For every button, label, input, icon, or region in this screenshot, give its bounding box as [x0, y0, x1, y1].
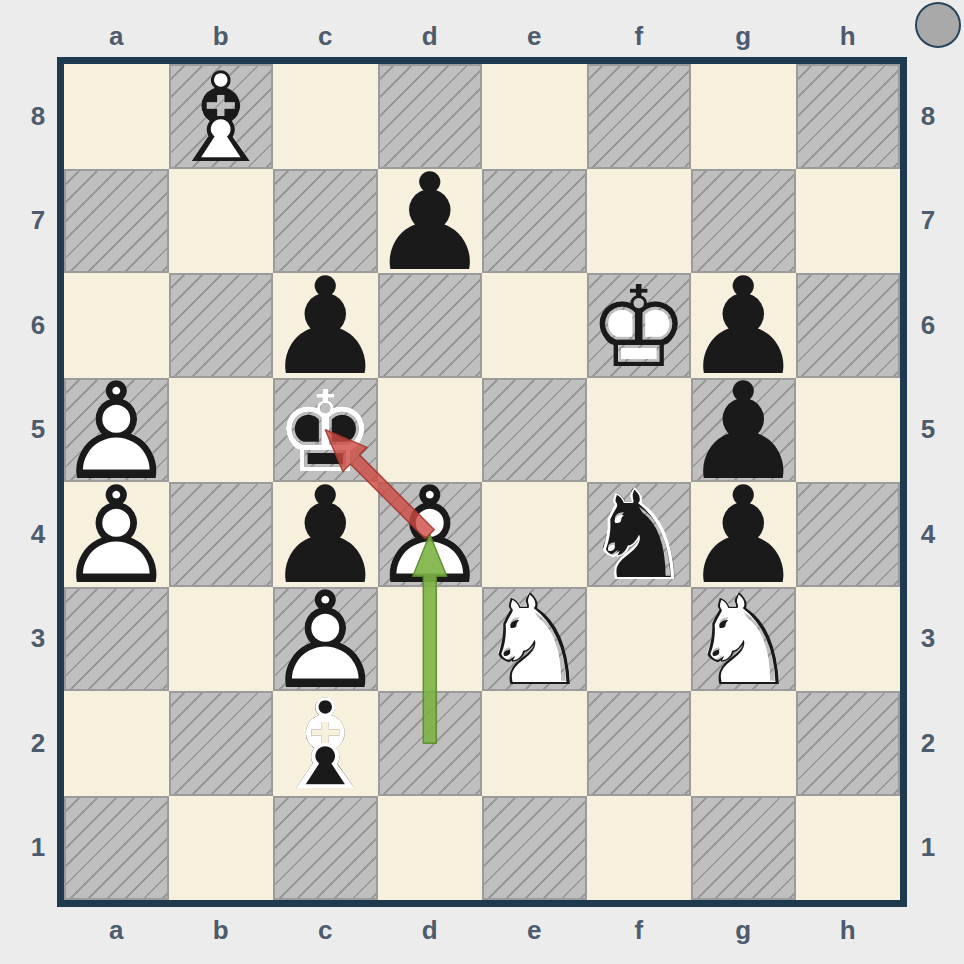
file-label-c: c [273, 20, 378, 52]
square-e8[interactable] [482, 64, 587, 169]
file-label-a: a [64, 20, 169, 52]
square-h1[interactable] [796, 796, 901, 901]
turn-indicator [915, 2, 961, 48]
square-b8[interactable]: ♝♗ [169, 64, 274, 169]
square-b6[interactable] [169, 273, 274, 378]
piece-outline-glyph: ♗ [273, 693, 378, 798]
file-label-h: h [796, 20, 901, 52]
square-a7[interactable] [64, 169, 169, 274]
square-f7[interactable] [587, 169, 692, 274]
square-f1[interactable] [587, 796, 692, 901]
square-c8[interactable] [273, 64, 378, 169]
rank-label-2: 2 [21, 691, 55, 796]
rank-label-3: 3 [911, 587, 945, 692]
black-pawn[interactable]: ♟ [378, 169, 483, 274]
square-f6[interactable]: ♚♔ [587, 273, 692, 378]
square-a4[interactable]: ♟♙ [64, 482, 169, 587]
square-h7[interactable] [796, 169, 901, 274]
piece-outline-glyph: ♘ [482, 589, 587, 694]
rank-label-7: 7 [21, 169, 55, 274]
square-d6[interactable] [378, 273, 483, 378]
square-b4[interactable] [169, 482, 274, 587]
square-f2[interactable] [587, 691, 692, 796]
rank-label-5: 5 [21, 378, 55, 483]
file-label-f: f [587, 914, 692, 946]
rank-label-5: 5 [911, 378, 945, 483]
square-h4[interactable] [796, 482, 901, 587]
square-c6[interactable]: ♟ [273, 273, 378, 378]
board-squares: ♝♗♟♟♚♔♟♟♙♚♔♟♟♙♟♟♙♞♘♟♟♙♞♘♞♘♝♗ [64, 64, 900, 900]
piece-outline-glyph: ♗ [169, 66, 274, 171]
file-label-h: h [796, 914, 901, 946]
file-label-e: e [482, 914, 587, 946]
square-d1[interactable] [378, 796, 483, 901]
file-label-f: f [587, 20, 692, 52]
square-f4[interactable]: ♞♘ [587, 482, 692, 587]
square-e2[interactable] [482, 691, 587, 796]
square-d3[interactable] [378, 587, 483, 692]
file-label-c: c [273, 914, 378, 946]
square-h2[interactable] [796, 691, 901, 796]
rank-label-8: 8 [21, 64, 55, 169]
piece-outline-glyph: ♘ [587, 484, 692, 589]
piece-outline-glyph: ♘ [691, 589, 796, 694]
rank-label-6: 6 [911, 273, 945, 378]
white-pawn[interactable]: ♟♙ [378, 482, 483, 587]
file-label-a: a [64, 914, 169, 946]
square-a1[interactable] [64, 796, 169, 901]
file-label-b: b [169, 914, 274, 946]
white-pawn[interactable]: ♟♙ [64, 482, 169, 587]
rank-labels-right: 87654321 [911, 64, 945, 900]
piece-fill-glyph: ♟ [378, 171, 483, 276]
rank-label-4: 4 [911, 482, 945, 587]
rank-label-1: 1 [911, 796, 945, 901]
square-e7[interactable] [482, 169, 587, 274]
rank-label-1: 1 [21, 796, 55, 901]
chess-analysis-page: abcdefgh abcdefgh 87654321 87654321 ♝♗♟♟… [0, 0, 964, 964]
piece-outline-glyph: ♙ [64, 484, 169, 589]
square-b5[interactable] [169, 378, 274, 483]
square-h5[interactable] [796, 378, 901, 483]
square-g8[interactable] [691, 64, 796, 169]
square-a2[interactable] [64, 691, 169, 796]
square-g2[interactable] [691, 691, 796, 796]
chess-board: ♝♗♟♟♚♔♟♟♙♚♔♟♟♙♟♟♙♞♘♟♟♙♞♘♞♘♝♗ [57, 57, 907, 907]
piece-outline-glyph: ♙ [378, 484, 483, 589]
piece-outline-glyph: ♔ [587, 275, 692, 380]
square-e1[interactable] [482, 796, 587, 901]
square-h6[interactable] [796, 273, 901, 378]
square-g1[interactable] [691, 796, 796, 901]
rank-label-4: 4 [21, 482, 55, 587]
square-a3[interactable] [64, 587, 169, 692]
rank-label-8: 8 [911, 64, 945, 169]
file-label-d: d [378, 20, 483, 52]
square-a8[interactable] [64, 64, 169, 169]
square-e6[interactable] [482, 273, 587, 378]
file-label-d: d [378, 914, 483, 946]
square-b3[interactable] [169, 587, 274, 692]
square-b2[interactable] [169, 691, 274, 796]
rank-labels-left: 87654321 [21, 64, 55, 900]
white-king[interactable]: ♚♔ [587, 273, 692, 378]
square-b1[interactable] [169, 796, 274, 901]
square-d4[interactable]: ♟♙ [378, 482, 483, 587]
square-f8[interactable] [587, 64, 692, 169]
white-bishop[interactable]: ♝♗ [169, 64, 274, 169]
black-pawn[interactable]: ♟ [273, 273, 378, 378]
square-d7[interactable]: ♟ [378, 169, 483, 274]
square-h3[interactable] [796, 587, 901, 692]
black-bishop[interactable]: ♝♗ [273, 691, 378, 796]
piece-fill-glyph: ♟ [273, 275, 378, 380]
rank-label-7: 7 [911, 169, 945, 274]
square-e5[interactable] [482, 378, 587, 483]
black-knight[interactable]: ♞♘ [587, 482, 692, 587]
rank-label-6: 6 [21, 273, 55, 378]
square-d2[interactable] [378, 691, 483, 796]
square-b7[interactable] [169, 169, 274, 274]
rank-label-3: 3 [21, 587, 55, 692]
square-e3[interactable]: ♞♘ [482, 587, 587, 692]
white-knight[interactable]: ♞♘ [482, 587, 587, 692]
file-label-g: g [691, 914, 796, 946]
white-knight[interactable]: ♞♘ [691, 587, 796, 692]
square-c1[interactable] [273, 796, 378, 901]
file-label-g: g [691, 20, 796, 52]
square-g3[interactable]: ♞♘ [691, 587, 796, 692]
square-h8[interactable] [796, 64, 901, 169]
file-label-e: e [482, 20, 587, 52]
square-f3[interactable] [587, 587, 692, 692]
rank-label-2: 2 [911, 691, 945, 796]
file-labels-bottom: abcdefgh [64, 914, 900, 946]
square-c2[interactable]: ♝♗ [273, 691, 378, 796]
